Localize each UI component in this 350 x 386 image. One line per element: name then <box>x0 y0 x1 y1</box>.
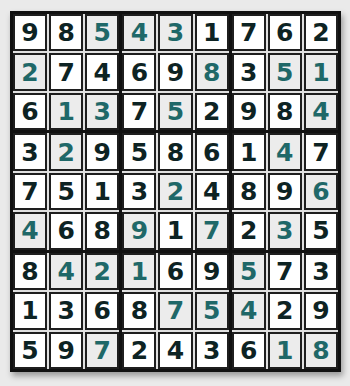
cell-r7c2: 4 <box>49 253 83 290</box>
cell-r8c8: 2 <box>268 292 302 329</box>
cell-r1c3: 5 <box>85 14 119 51</box>
cell-r9c1: 5 <box>13 332 47 369</box>
cell-r5c5: 2 <box>158 173 192 210</box>
cell-r3c7: 9 <box>232 93 266 130</box>
box-1-2: 431698752 <box>122 14 228 130</box>
sudoku-board: 9852746134316987527623519843297514685863… <box>10 11 341 372</box>
cell-r9c7: 6 <box>232 332 266 369</box>
cell-r8c7: 4 <box>232 292 266 329</box>
cell-r9c4: 2 <box>122 332 156 369</box>
cell-r5c1: 7 <box>13 173 47 210</box>
cell-r2c2: 7 <box>49 53 83 90</box>
cell-r7c8: 7 <box>268 253 302 290</box>
cell-r1c8: 6 <box>268 14 302 51</box>
cell-r1c7: 7 <box>232 14 266 51</box>
cell-r8c1: 1 <box>13 292 47 329</box>
cell-r6c6: 7 <box>195 212 229 249</box>
cell-r9c5: 4 <box>158 332 192 369</box>
cell-r7c1: 8 <box>13 253 47 290</box>
page-background: 9852746134316987527623519843297514685863… <box>0 0 350 386</box>
cell-r2c8: 5 <box>268 53 302 90</box>
cell-r7c4: 1 <box>122 253 156 290</box>
cell-r5c8: 9 <box>268 173 302 210</box>
cell-r9c9: 8 <box>304 332 338 369</box>
cell-r6c7: 2 <box>232 212 266 249</box>
cell-r6c5: 1 <box>158 212 192 249</box>
cell-r8c6: 5 <box>195 292 229 329</box>
cell-r7c6: 9 <box>195 253 229 290</box>
cell-r5c6: 4 <box>195 173 229 210</box>
cell-r6c3: 8 <box>85 212 119 249</box>
cell-r4c6: 6 <box>195 133 229 170</box>
cell-r9c6: 3 <box>195 332 229 369</box>
box-3-2: 169875243 <box>122 253 228 369</box>
cell-r6c1: 4 <box>13 212 47 249</box>
cell-r1c1: 9 <box>13 14 47 51</box>
cell-r5c9: 6 <box>304 173 338 210</box>
cell-r4c1: 3 <box>13 133 47 170</box>
cell-r4c3: 9 <box>85 133 119 170</box>
cell-r3c2: 1 <box>49 93 83 130</box>
cell-r5c4: 3 <box>122 173 156 210</box>
cell-r3c3: 3 <box>85 93 119 130</box>
cell-r8c9: 9 <box>304 292 338 329</box>
cell-r3c5: 5 <box>158 93 192 130</box>
box-3-1: 842136597 <box>13 253 119 369</box>
box-2-2: 586324917 <box>122 133 228 249</box>
cell-r5c7: 8 <box>232 173 266 210</box>
box-2-1: 329751468 <box>13 133 119 249</box>
cell-r1c2: 8 <box>49 14 83 51</box>
cell-r1c9: 2 <box>304 14 338 51</box>
cell-r8c3: 6 <box>85 292 119 329</box>
cell-r3c1: 6 <box>13 93 47 130</box>
cell-r6c9: 5 <box>304 212 338 249</box>
cell-r5c3: 1 <box>85 173 119 210</box>
cell-r6c4: 9 <box>122 212 156 249</box>
cell-r8c2: 3 <box>49 292 83 329</box>
cell-r2c4: 6 <box>122 53 156 90</box>
cell-r7c5: 6 <box>158 253 192 290</box>
cell-r4c4: 5 <box>122 133 156 170</box>
cell-r1c6: 1 <box>195 14 229 51</box>
box-2-3: 147896235 <box>232 133 338 249</box>
cell-r2c9: 1 <box>304 53 338 90</box>
cell-r6c2: 6 <box>49 212 83 249</box>
cell-r9c2: 9 <box>49 332 83 369</box>
cell-r6c8: 3 <box>268 212 302 249</box>
cell-r3c8: 8 <box>268 93 302 130</box>
cell-r5c2: 5 <box>49 173 83 210</box>
box-1-3: 762351984 <box>232 14 338 130</box>
cell-r3c9: 4 <box>304 93 338 130</box>
cell-r3c6: 2 <box>195 93 229 130</box>
cell-r4c7: 1 <box>232 133 266 170</box>
cell-r2c7: 3 <box>232 53 266 90</box>
cell-r2c6: 8 <box>195 53 229 90</box>
cell-r7c3: 2 <box>85 253 119 290</box>
cell-r4c5: 8 <box>158 133 192 170</box>
cell-r8c5: 7 <box>158 292 192 329</box>
box-1-1: 985274613 <box>13 14 119 130</box>
cell-r7c7: 5 <box>232 253 266 290</box>
cell-r2c3: 4 <box>85 53 119 90</box>
cell-r9c8: 1 <box>268 332 302 369</box>
cell-r4c9: 7 <box>304 133 338 170</box>
cell-r2c5: 9 <box>158 53 192 90</box>
cell-r1c5: 3 <box>158 14 192 51</box>
cell-r1c4: 4 <box>122 14 156 51</box>
cell-r2c1: 2 <box>13 53 47 90</box>
cell-r4c8: 4 <box>268 133 302 170</box>
cell-r8c4: 8 <box>122 292 156 329</box>
cell-r9c3: 7 <box>85 332 119 369</box>
box-3-3: 573429618 <box>232 253 338 369</box>
cell-r4c2: 2 <box>49 133 83 170</box>
cell-r7c9: 3 <box>304 253 338 290</box>
cell-r3c4: 7 <box>122 93 156 130</box>
